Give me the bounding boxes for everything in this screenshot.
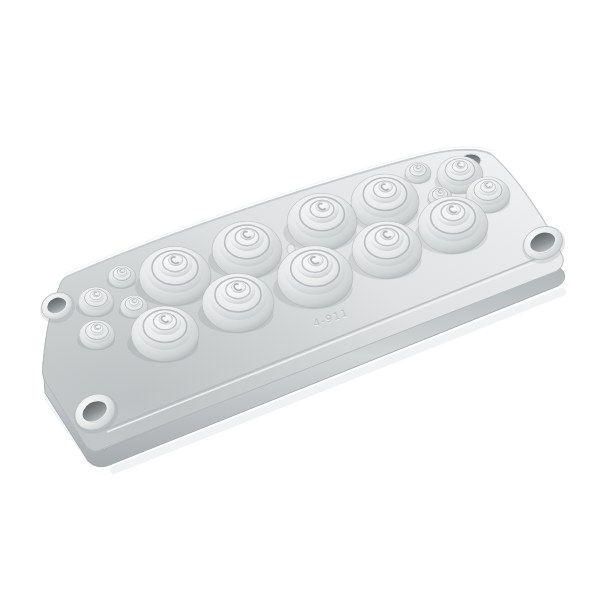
cable-entry-plate-photo: 4-9114-911	[0, 0, 600, 600]
product-image: 4-9114-911	[0, 0, 600, 600]
